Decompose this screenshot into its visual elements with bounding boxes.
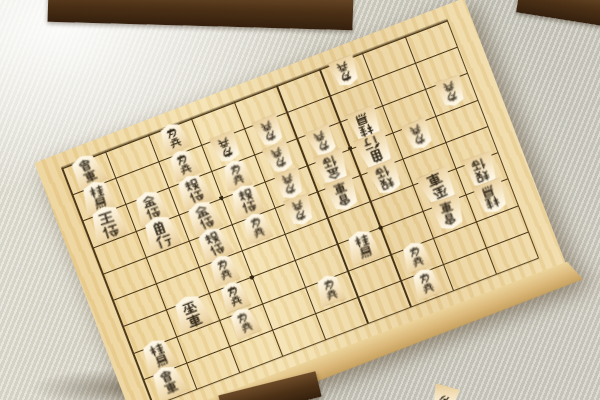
piece-kanji-bottom bbox=[420, 282, 435, 296]
piece-kanji-top bbox=[438, 394, 451, 400]
shogi-piece-pawn-gote[interactable] bbox=[434, 74, 468, 110]
shogi-piece-pawn-gote[interactable] bbox=[283, 193, 317, 229]
kanji-将-strokes bbox=[101, 223, 120, 241]
shogi-piece-pawn-sente[interactable] bbox=[398, 239, 433, 275]
board-surface bbox=[34, 0, 565, 400]
piece-kanji-bottom bbox=[101, 223, 120, 241]
kanji-歩-strokes bbox=[438, 394, 451, 400]
shogi-photo-scene bbox=[0, 0, 600, 400]
board-grid bbox=[61, 19, 539, 400]
piece-kanji-bottom bbox=[410, 255, 425, 269]
kanji-兵-strokes bbox=[168, 136, 183, 150]
shogi-board bbox=[34, 0, 565, 400]
piece-kanji-bottom bbox=[219, 268, 234, 282]
piece-kanji-bottom bbox=[324, 288, 338, 302]
kanji-兵-strokes bbox=[231, 173, 245, 187]
table-edge-top-right bbox=[516, 0, 600, 27]
shogi-piece-pawn-sente[interactable] bbox=[156, 120, 191, 156]
loose-piece-bottom-edge[interactable] bbox=[429, 383, 460, 400]
piece-kanji-bottom bbox=[231, 173, 245, 187]
kanji-兵-strokes bbox=[219, 268, 234, 282]
shogi-piece-pawn-gote[interactable] bbox=[327, 54, 362, 90]
shogi-piece-rook-sente[interactable] bbox=[169, 290, 214, 335]
shogi-piece-knight-sente[interactable] bbox=[343, 227, 382, 267]
kanji-兵-strokes bbox=[324, 288, 338, 302]
kanji-兵-strokes bbox=[410, 255, 425, 269]
piece-kanji-bottom bbox=[168, 136, 183, 150]
kanji-兵-strokes bbox=[420, 282, 435, 296]
piece-kanji-bottom bbox=[229, 294, 244, 308]
shogi-piece-pawn-gote[interactable] bbox=[400, 116, 437, 153]
kanji-兵-strokes bbox=[229, 294, 244, 308]
shogi-piece-pawn-sente[interactable] bbox=[313, 272, 347, 307]
shogi-piece-pawn-gote[interactable] bbox=[208, 129, 244, 165]
table-edge-top bbox=[48, 0, 354, 30]
kanji-馬-strokes bbox=[356, 245, 373, 261]
piece-kanji-bottom bbox=[356, 245, 373, 261]
